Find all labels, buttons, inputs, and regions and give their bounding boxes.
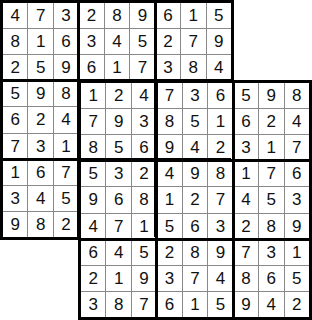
cell-b-r3c1[interactable]: 8	[81, 135, 105, 160]
cell-a-r4c1[interactable]: 5	[3, 81, 27, 106]
cell-b-r1c1[interactable]: 1	[81, 83, 105, 108]
cell-b-r9c9[interactable]: 2	[285, 292, 309, 317]
cell-b-r5c8[interactable]: 5	[259, 187, 283, 212]
cell-b-r5c5[interactable]: 2	[183, 187, 207, 212]
cell-b-r1c4[interactable]: 7	[157, 83, 181, 108]
cell-b-r3c7[interactable]: 3	[234, 135, 258, 160]
cell-a-r6c3[interactable]: 1	[54, 134, 78, 159]
cell-b-r4c9[interactable]: 6	[285, 161, 309, 186]
cell-b-r2c8[interactable]: 2	[259, 109, 283, 134]
cell-b-r7c4[interactable]: 2	[157, 240, 181, 265]
cell-a-r3c5[interactable]: 1	[105, 55, 129, 80]
sudoku-grid-b: 1247365987938516248569423175324981769681…	[78, 80, 312, 320]
cell-a-r4c3[interactable]: 8	[54, 81, 78, 106]
cell-b-r3c3[interactable]: 6	[132, 135, 156, 160]
cell-b-r8c6[interactable]: 4	[208, 266, 232, 291]
cell-b-r9c2[interactable]: 8	[106, 292, 130, 317]
cell-a-r2c3[interactable]: 6	[54, 29, 78, 54]
cell-b-r1c3[interactable]: 4	[132, 83, 156, 108]
cell-b-r3c6[interactable]: 2	[208, 135, 232, 160]
cell-a-r1c7[interactable]: 6	[156, 3, 180, 28]
cell-b-r5c2[interactable]: 6	[106, 187, 130, 212]
cell-a-r3c3[interactable]: 9	[54, 55, 78, 80]
cell-a-r3c1[interactable]: 2	[3, 55, 27, 80]
cell-a-r2c8[interactable]: 7	[181, 29, 205, 54]
cell-a-r9c3[interactable]: 2	[54, 212, 78, 237]
cell-a-r5c2[interactable]: 2	[28, 107, 52, 132]
cell-b-r2c6[interactable]: 1	[208, 109, 232, 134]
cell-b-r6c5[interactable]: 6	[183, 214, 207, 239]
cell-a-r1c3[interactable]: 3	[54, 3, 78, 28]
cell-b-r6c9[interactable]: 9	[285, 214, 309, 239]
cell-b-r8c3[interactable]: 9	[132, 266, 156, 291]
cell-b-r7c6[interactable]: 9	[208, 240, 232, 265]
cell-b-r3c2[interactable]: 5	[106, 135, 130, 160]
cell-b-r1c2[interactable]: 2	[106, 83, 130, 108]
cell-a-r3c2[interactable]: 5	[28, 55, 52, 80]
cell-a-r7c3[interactable]: 7	[54, 160, 78, 185]
cell-a-r9c2[interactable]: 8	[28, 212, 52, 237]
cell-b-r2c5[interactable]: 5	[183, 109, 207, 134]
cell-a-r3c9[interactable]: 4	[207, 55, 231, 80]
cell-b-r1c8[interactable]: 9	[259, 83, 283, 108]
cell-a-r9c1[interactable]: 9	[3, 212, 27, 237]
cell-b-r9c5[interactable]: 1	[183, 292, 207, 317]
cell-b-r8c9[interactable]: 5	[285, 266, 309, 291]
cell-a-r3c4[interactable]: 6	[79, 55, 103, 80]
cell-b-r3c5[interactable]: 4	[183, 135, 207, 160]
cell-b-r5c6[interactable]: 7	[208, 187, 232, 212]
cell-b-r8c8[interactable]: 6	[259, 266, 283, 291]
cell-b-r6c2[interactable]: 7	[106, 214, 130, 239]
cell-b-r5c9[interactable]: 3	[285, 187, 309, 212]
cell-b-r7c1[interactable]: 6	[81, 240, 105, 265]
cell-a-r2c1[interactable]: 8	[3, 29, 27, 54]
cell-b-r4c2[interactable]: 3	[106, 161, 130, 186]
cell-b-r2c9[interactable]: 4	[285, 109, 309, 134]
cell-b-r7c9[interactable]: 1	[285, 240, 309, 265]
cell-b-r7c8[interactable]: 3	[259, 240, 283, 265]
cell-b-r6c4[interactable]: 5	[157, 214, 181, 239]
cell-b-r9c1[interactable]: 3	[81, 292, 105, 317]
cell-a-r8c2[interactable]: 4	[28, 186, 52, 211]
cell-b-r4c3[interactable]: 2	[132, 161, 156, 186]
grid-b-cells: 1247365987938516248569423175324981769681…	[81, 83, 309, 317]
cell-b-r4c1[interactable]: 5	[81, 161, 105, 186]
cell-b-r4c4[interactable]: 4	[157, 161, 181, 186]
cell-b-r9c8[interactable]: 4	[259, 292, 283, 317]
cell-a-r3c7[interactable]: 3	[156, 55, 180, 80]
cell-b-r9c4[interactable]: 6	[157, 292, 181, 317]
cell-b-r8c7[interactable]: 8	[234, 266, 258, 291]
cell-b-r9c3[interactable]: 7	[132, 292, 156, 317]
cell-b-r6c3[interactable]: 1	[132, 214, 156, 239]
cell-a-r2c4[interactable]: 3	[79, 29, 103, 54]
cell-b-r7c3[interactable]: 5	[132, 240, 156, 265]
cell-a-r4c2[interactable]: 9	[28, 81, 52, 106]
cell-a-r7c1[interactable]: 1	[3, 160, 27, 185]
cell-b-r4c6[interactable]: 8	[208, 161, 232, 186]
cell-b-r3c9[interactable]: 7	[285, 135, 309, 160]
cell-a-r1c9[interactable]: 5	[207, 3, 231, 28]
cell-b-r7c5[interactable]: 8	[183, 240, 207, 265]
cell-b-r2c2[interactable]: 9	[106, 109, 130, 134]
cell-b-r2c4[interactable]: 8	[157, 109, 181, 134]
cell-b-r2c7[interactable]: 6	[234, 109, 258, 134]
cell-b-r1c7[interactable]: 5	[234, 83, 258, 108]
cell-b-r2c1[interactable]: 7	[81, 109, 105, 134]
cell-b-r1c9[interactable]: 8	[285, 83, 309, 108]
cell-a-r6c2[interactable]: 3	[28, 134, 52, 159]
cell-b-r3c4[interactable]: 9	[157, 135, 181, 160]
cell-b-r5c4[interactable]: 1	[157, 187, 181, 212]
cell-a-r1c8[interactable]: 1	[181, 3, 205, 28]
cell-b-r1c6[interactable]: 6	[208, 83, 232, 108]
cell-a-r1c6[interactable]: 9	[130, 3, 154, 28]
cell-b-r8c4[interactable]: 3	[157, 266, 181, 291]
cell-a-r8c1[interactable]: 3	[3, 186, 27, 211]
cell-b-r8c1[interactable]: 2	[81, 266, 105, 291]
cell-b-r3c8[interactable]: 1	[259, 135, 283, 160]
cell-b-r1c5[interactable]: 3	[183, 83, 207, 108]
twodoku-board: 4732896158163452792596173845981247366247…	[0, 0, 312, 320]
cell-b-r5c3[interactable]: 8	[132, 187, 156, 212]
cell-a-r1c4[interactable]: 2	[79, 3, 103, 28]
cell-a-r5c3[interactable]: 4	[54, 107, 78, 132]
cell-a-r5c1[interactable]: 6	[3, 107, 27, 132]
cell-a-r2c7[interactable]: 2	[156, 29, 180, 54]
cell-b-r8c2[interactable]: 1	[106, 266, 130, 291]
cell-b-r4c5[interactable]: 9	[183, 161, 207, 186]
cell-b-r7c2[interactable]: 4	[106, 240, 130, 265]
cell-a-r2c2[interactable]: 1	[28, 29, 52, 54]
cell-b-r5c1[interactable]: 9	[81, 187, 105, 212]
cell-b-r7c7[interactable]: 7	[234, 240, 258, 265]
cell-b-r9c6[interactable]: 5	[208, 292, 232, 317]
cell-a-r6c1[interactable]: 7	[3, 134, 27, 159]
cell-b-r5c7[interactable]: 4	[234, 187, 258, 212]
cell-b-r4c7[interactable]: 1	[234, 161, 258, 186]
cell-a-r2c5[interactable]: 4	[105, 29, 129, 54]
cell-a-r7c2[interactable]: 6	[28, 160, 52, 185]
cell-b-r8c5[interactable]: 7	[183, 266, 207, 291]
cell-a-r3c8[interactable]: 8	[181, 55, 205, 80]
cell-b-r6c8[interactable]: 8	[259, 214, 283, 239]
cell-b-r6c1[interactable]: 4	[81, 214, 105, 239]
cell-a-r1c5[interactable]: 8	[105, 3, 129, 28]
cell-a-r2c6[interactable]: 5	[130, 29, 154, 54]
cell-b-r9c7[interactable]: 9	[234, 292, 258, 317]
cell-b-r4c8[interactable]: 7	[259, 161, 283, 186]
cell-b-r2c3[interactable]: 3	[132, 109, 156, 134]
cell-a-r1c2[interactable]: 7	[28, 3, 52, 28]
cell-b-r6c6[interactable]: 3	[208, 214, 232, 239]
cell-a-r2c9[interactable]: 9	[207, 29, 231, 54]
cell-b-r6c7[interactable]: 2	[234, 214, 258, 239]
cell-a-r8c3[interactable]: 5	[54, 186, 78, 211]
cell-a-r3c6[interactable]: 7	[130, 55, 154, 80]
cell-a-r1c1[interactable]: 4	[3, 3, 27, 28]
